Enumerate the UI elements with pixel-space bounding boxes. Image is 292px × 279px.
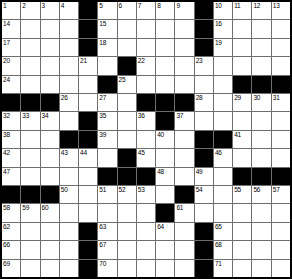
clue-number-31: 31 [273,94,280,102]
cell-r8c9[interactable]: 40 [156,131,174,148]
cell-r15c1[interactable]: 69 [2,260,20,277]
cell-r11c9[interactable] [156,186,174,203]
black-square-r13c5 [79,223,97,240]
cell-r3c4[interactable] [60,39,78,56]
cell-r10c9[interactable]: 48 [156,168,174,185]
cell-r2c9[interactable] [156,20,174,37]
clue-number-10: 10 [215,2,222,10]
clue-number-14: 14 [3,20,10,28]
clue-number-16: 16 [215,20,222,28]
clue-number-51: 51 [99,186,106,194]
cell-r5c4[interactable] [60,76,78,93]
cell-r14c12[interactable]: 68 [214,241,232,258]
clue-number-36: 36 [138,112,145,120]
clue-number-8: 8 [157,2,160,10]
black-square-r2c11 [195,20,213,37]
clue-number-41: 41 [234,131,241,139]
cell-r4c11[interactable]: 23 [195,57,213,74]
clue-number-44: 44 [80,149,87,157]
cell-r3c12[interactable]: 19 [214,39,232,56]
black-square-r8c12 [214,131,232,148]
black-square-r6c8 [137,94,155,111]
clue-number-61: 61 [176,204,183,212]
black-square-r5c13 [233,76,251,93]
cell-r12c12[interactable] [214,204,232,221]
clue-number-67: 67 [99,241,106,249]
clue-number-4: 4 [61,2,64,10]
cell-r6c15[interactable]: 31 [272,94,290,111]
clue-number-5: 5 [99,2,102,10]
cell-r7c13[interactable] [233,112,251,129]
cell-r2c3[interactable] [41,20,59,37]
cell-r1c3[interactable]: 3 [41,2,59,19]
clue-number-23: 23 [196,57,203,65]
cell-r12c14[interactable] [252,204,270,221]
cell-r14c7[interactable] [118,241,136,258]
cell-r2c14[interactable] [252,20,270,37]
cell-r1c8[interactable]: 7 [137,2,155,19]
cell-r14c9[interactable] [156,241,174,258]
cell-r1c1[interactable]: 1 [2,2,20,19]
clue-number-62: 62 [3,223,10,231]
cell-r7c14[interactable] [252,112,270,129]
cell-r11c8[interactable]: 53 [137,186,155,203]
cell-r6c12[interactable] [214,94,232,111]
cell-r8c14[interactable] [252,131,270,148]
clue-number-48: 48 [157,168,164,176]
clue-number-15: 15 [99,20,106,28]
cell-r7c15[interactable] [272,112,290,129]
cell-r12c10[interactable]: 61 [175,204,193,221]
black-square-r7c9 [156,112,174,129]
cell-r12c6[interactable] [98,204,116,221]
cell-r11c6[interactable]: 51 [98,186,116,203]
cell-r8c10[interactable] [175,131,193,148]
clue-number-7: 7 [138,2,141,10]
cell-r8c7[interactable] [118,131,136,148]
cell-r13c15[interactable] [272,223,290,240]
cell-r3c2[interactable] [21,39,39,56]
cell-r13c13[interactable] [233,223,251,240]
cell-r1c2[interactable]: 2 [21,2,39,19]
clue-number-28: 28 [196,94,203,102]
cell-r4c2[interactable] [21,57,39,74]
cell-r9c12[interactable]: 46 [214,149,232,166]
cell-r4c5[interactable]: 21 [79,57,97,74]
cell-r12c11[interactable] [195,204,213,221]
cell-r15c9[interactable] [156,260,174,277]
black-square-r9c7 [118,149,136,166]
cell-r13c7[interactable] [118,223,136,240]
clue-number-46: 46 [215,149,222,157]
cell-r4c10[interactable] [175,57,193,74]
cell-r14c2[interactable] [21,241,39,258]
cell-r8c8[interactable] [137,131,155,148]
black-square-r11c1 [2,186,20,203]
black-square-r13c11 [195,223,213,240]
clue-number-22: 22 [138,57,145,65]
clue-number-52: 52 [119,186,126,194]
cell-r3c13[interactable] [233,39,251,56]
clue-number-1: 1 [3,2,6,10]
cell-r13c1[interactable]: 62 [2,223,20,240]
black-square-r14c11 [195,241,213,258]
cell-r10c1[interactable]: 47 [2,168,20,185]
cell-r15c14[interactable] [252,260,270,277]
cell-r5c3[interactable] [41,76,59,93]
cell-r7c4[interactable] [60,112,78,129]
cell-r13c3[interactable] [41,223,59,240]
clue-number-25: 25 [119,76,126,84]
black-square-r1c5 [79,2,97,19]
clue-number-68: 68 [215,241,222,249]
cell-r9c1[interactable]: 42 [2,149,20,166]
cell-r3c10[interactable] [175,39,193,56]
black-square-r9c11 [195,149,213,166]
clue-number-47: 47 [3,168,10,176]
cell-r11c12[interactable] [214,186,232,203]
cell-r15c4[interactable] [60,260,78,277]
cell-r15c8[interactable] [137,260,155,277]
cell-r9c8[interactable]: 45 [137,149,155,166]
clue-number-2: 2 [22,2,25,10]
cell-r4c4[interactable] [60,57,78,74]
cell-r5c2[interactable] [21,76,39,93]
cell-r14c13[interactable] [233,241,251,258]
cell-r14c14[interactable] [252,241,270,258]
black-square-r10c14 [252,168,270,185]
cell-r11c4[interactable]: 50 [60,186,78,203]
cell-r9c5[interactable]: 44 [79,149,97,166]
cell-r1c10[interactable]: 9 [175,2,193,19]
clue-number-38: 38 [3,131,10,139]
black-square-r5c15 [272,76,290,93]
cell-r1c7[interactable]: 6 [118,2,136,19]
cell-r7c12[interactable] [214,112,232,129]
cell-r2c15[interactable] [272,20,290,37]
cell-r11c5[interactable] [79,186,97,203]
cell-r3c7[interactable] [118,39,136,56]
clue-number-59: 59 [22,204,29,212]
black-square-r10c8 [137,168,155,185]
cell-r6c7[interactable] [118,94,136,111]
cell-r9c3[interactable] [41,149,59,166]
cell-r15c12[interactable]: 71 [214,260,232,277]
cell-r5c8[interactable] [137,76,155,93]
cell-r2c13[interactable] [233,20,251,37]
cell-r3c14[interactable] [252,39,270,56]
cell-r13c8[interactable] [137,223,155,240]
black-square-r3c11 [195,39,213,56]
clue-number-12: 12 [253,2,260,10]
cell-r4c3[interactable] [41,57,59,74]
clue-number-9: 9 [176,2,179,10]
cell-r14c10[interactable] [175,241,193,258]
cell-r9c10[interactable] [175,149,193,166]
black-square-r5c14 [252,76,270,93]
cell-r5c5[interactable] [79,76,97,93]
cell-r12c8[interactable] [137,204,155,221]
cell-r1c12[interactable]: 10 [214,2,232,19]
cell-r8c15[interactable] [272,131,290,148]
cell-r10c3[interactable] [41,168,59,185]
cell-r2c7[interactable] [118,20,136,37]
cell-r7c7[interactable] [118,112,136,129]
cell-r14c1[interactable]: 66 [2,241,20,258]
clue-number-60: 60 [42,204,49,212]
cell-r6c13[interactable]: 29 [233,94,251,111]
clue-number-21: 21 [80,57,87,65]
clue-number-50: 50 [61,186,68,194]
cell-r9c2[interactable] [21,149,39,166]
black-square-r14c5 [79,241,97,258]
clue-number-20: 20 [3,57,10,65]
cell-r6c11[interactable]: 28 [195,94,213,111]
cell-r8c1[interactable]: 38 [2,131,20,148]
cell-r3c8[interactable] [137,39,155,56]
cell-r13c10[interactable] [175,223,193,240]
cell-r9c13[interactable] [233,149,251,166]
cell-r7c3[interactable]: 34 [41,112,59,129]
clue-number-69: 69 [3,260,10,268]
cell-r4c6[interactable] [98,57,116,74]
clue-number-34: 34 [42,112,49,120]
black-square-r3c5 [79,39,97,56]
cell-r10c12[interactable] [214,168,232,185]
black-square-r8c4 [60,131,78,148]
clue-number-40: 40 [157,131,164,139]
clue-number-43: 43 [61,149,68,157]
clue-number-33: 33 [22,112,29,120]
clue-number-18: 18 [99,39,106,47]
cell-r3c1[interactable]: 17 [2,39,20,56]
clue-number-29: 29 [234,94,241,102]
clue-number-6: 6 [119,2,122,10]
cell-r4c8[interactable]: 22 [137,57,155,74]
cell-r15c3[interactable] [41,260,59,277]
cell-r14c4[interactable] [60,241,78,258]
cell-r7c10[interactable]: 37 [175,112,193,129]
black-square-r12c9 [156,204,174,221]
cell-r10c2[interactable] [21,168,39,185]
cell-r11c14[interactable]: 56 [252,186,270,203]
cell-r12c2[interactable]: 59 [21,204,39,221]
black-square-r8c5 [79,131,97,148]
cell-r10c4[interactable] [60,168,78,185]
cell-r11c13[interactable]: 55 [233,186,251,203]
cell-r7c8[interactable]: 36 [137,112,155,129]
cell-r15c7[interactable] [118,260,136,277]
cell-r9c4[interactable]: 43 [60,149,78,166]
clue-number-42: 42 [3,149,10,157]
cell-r15c15[interactable] [272,260,290,277]
black-square-r10c6 [98,168,116,185]
clue-number-64: 64 [157,223,164,231]
black-square-r10c15 [272,168,290,185]
cell-r2c6[interactable]: 15 [98,20,116,37]
cell-r8c6[interactable]: 39 [98,131,116,148]
clue-number-3: 3 [42,2,45,10]
cell-r2c1[interactable]: 14 [2,20,20,37]
cell-r4c15[interactable] [272,57,290,74]
cell-r9c14[interactable] [252,149,270,166]
cell-r11c7[interactable]: 52 [118,186,136,203]
cell-r5c1[interactable]: 24 [2,76,20,93]
cell-r5c12[interactable] [214,76,232,93]
cell-r13c2[interactable] [21,223,39,240]
cell-r7c11[interactable] [195,112,213,129]
cell-r1c9[interactable]: 8 [156,2,174,19]
cell-r12c4[interactable] [60,204,78,221]
clue-number-63: 63 [99,223,106,231]
clue-number-53: 53 [138,186,145,194]
cell-r15c6[interactable]: 70 [98,260,116,277]
cell-r6c4[interactable]: 26 [60,94,78,111]
cell-r12c15[interactable] [272,204,290,221]
black-square-r11c2 [21,186,39,203]
clue-number-54: 54 [196,186,203,194]
clue-number-26: 26 [61,94,68,102]
black-square-r6c2 [21,94,39,111]
clue-number-24: 24 [3,76,10,84]
cell-r10c5[interactable] [79,168,97,185]
clue-number-19: 19 [215,39,222,47]
cell-r7c1[interactable]: 32 [2,112,20,129]
cell-r3c9[interactable] [156,39,174,56]
clue-number-30: 30 [253,94,260,102]
cell-r5c9[interactable] [156,76,174,93]
cell-r14c6[interactable]: 67 [98,241,116,258]
cell-r10c11[interactable]: 49 [195,168,213,185]
cell-r14c15[interactable] [272,241,290,258]
cell-r14c3[interactable] [41,241,59,258]
cell-r2c12[interactable]: 16 [214,20,232,37]
cell-r2c10[interactable] [175,20,193,37]
clue-number-49: 49 [196,168,203,176]
cell-r10c10[interactable] [175,168,193,185]
cell-r13c9[interactable]: 64 [156,223,174,240]
cell-r9c9[interactable] [156,149,174,166]
clue-number-57: 57 [273,186,280,194]
cell-r2c2[interactable] [21,20,39,37]
clue-number-35: 35 [99,112,106,120]
cell-r8c2[interactable] [21,131,39,148]
cell-r7c6[interactable]: 35 [98,112,116,129]
cell-r3c3[interactable] [41,39,59,56]
clue-number-32: 32 [3,112,10,120]
black-square-r7c5 [79,112,97,129]
cell-r6c6[interactable]: 27 [98,94,116,111]
clue-number-65: 65 [215,223,222,231]
black-square-r2c5 [79,20,97,37]
clue-number-58: 58 [3,204,10,212]
cell-r12c5[interactable] [79,204,97,221]
cell-r1c14[interactable]: 12 [252,2,270,19]
clue-number-66: 66 [3,241,10,249]
black-square-r15c11 [195,260,213,277]
cell-r1c15[interactable]: 13 [272,2,290,19]
cell-r1c4[interactable]: 4 [60,2,78,19]
black-square-r10c13 [233,168,251,185]
cell-r4c12[interactable] [214,57,232,74]
cell-r4c14[interactable] [252,57,270,74]
clue-number-13: 13 [273,2,280,10]
cell-r13c4[interactable] [60,223,78,240]
black-square-r4c7 [118,57,136,74]
cell-r13c6[interactable]: 63 [98,223,116,240]
cell-r1c6[interactable]: 5 [98,2,116,19]
black-square-r6c1 [2,94,20,111]
clue-number-56: 56 [253,186,260,194]
clue-number-37: 37 [176,112,183,120]
cell-r6c5[interactable] [79,94,97,111]
cell-r12c1[interactable]: 58 [2,204,20,221]
cell-r1c13[interactable]: 11 [233,2,251,19]
clue-number-27: 27 [99,94,106,102]
cell-r8c3[interactable] [41,131,59,148]
cell-r4c9[interactable] [156,57,174,74]
cell-r2c4[interactable] [60,20,78,37]
black-square-r6c3 [41,94,59,111]
cell-r15c2[interactable] [21,260,39,277]
cell-r3c15[interactable] [272,39,290,56]
black-square-r15c5 [79,260,97,277]
cell-r5c11[interactable] [195,76,213,93]
clue-number-55: 55 [234,186,241,194]
cell-r9c6[interactable] [98,149,116,166]
cell-r3c6[interactable]: 18 [98,39,116,56]
cell-r5c10[interactable] [175,76,193,93]
clue-number-45: 45 [138,149,145,157]
clue-number-39: 39 [99,131,106,139]
clue-number-71: 71 [215,260,222,268]
black-square-r6c10 [175,94,193,111]
black-square-r11c3 [41,186,59,203]
cell-r7c2[interactable]: 33 [21,112,39,129]
cell-r14c8[interactable] [137,241,155,258]
cell-r4c1[interactable]: 20 [2,57,20,74]
cell-r15c10[interactable] [175,260,193,277]
black-square-r5c6 [98,76,116,93]
cell-r12c7[interactable] [118,204,136,221]
cell-r11c15[interactable]: 57 [272,186,290,203]
clue-number-70: 70 [99,260,106,268]
black-square-r10c7 [118,168,136,185]
cell-r5c7[interactable]: 25 [118,76,136,93]
cell-r9c15[interactable] [272,149,290,166]
cell-r2c8[interactable] [137,20,155,37]
cell-r12c3[interactable]: 60 [41,204,59,221]
cell-r4c13[interactable] [233,57,251,74]
clue-number-11: 11 [234,2,240,10]
black-square-r11c10 [175,186,193,203]
cell-r11c11[interactable]: 54 [195,186,213,203]
cell-r12c13[interactable] [233,204,251,221]
cell-r15c13[interactable] [233,260,251,277]
clue-number-17: 17 [3,39,10,47]
cell-r8c13[interactable]: 41 [233,131,251,148]
black-square-r1c11 [195,2,213,19]
cell-r13c14[interactable] [252,223,270,240]
crossword-grid: 1234567891011121314151617181920212223242… [0,0,292,279]
cell-r6c14[interactable]: 30 [252,94,270,111]
black-square-r6c9 [156,94,174,111]
black-square-r8c11 [195,131,213,148]
cell-r13c12[interactable]: 65 [214,223,232,240]
